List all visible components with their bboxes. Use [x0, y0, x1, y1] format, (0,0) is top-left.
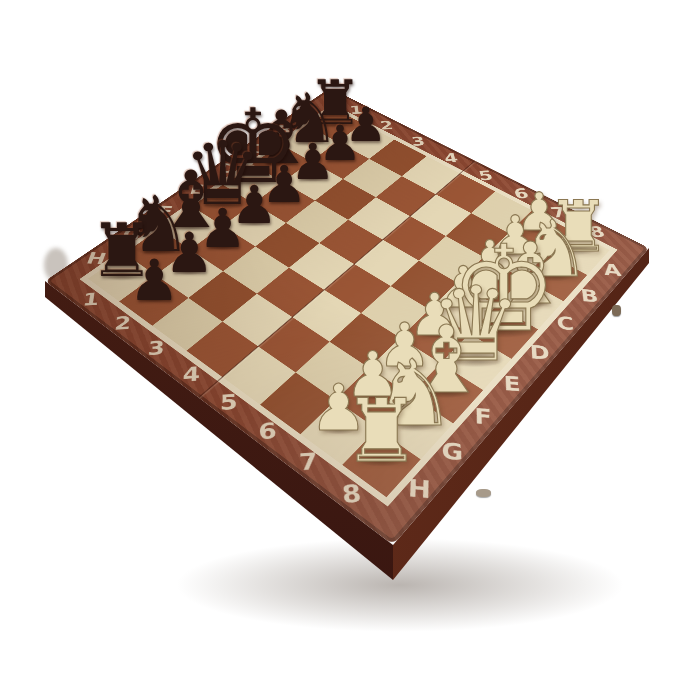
rank-label-4: 4 — [182, 364, 200, 385]
clasp-knob-right-rail — [612, 305, 621, 316]
rank-label-8: 8 — [341, 481, 363, 507]
rank-label-7: 7 — [298, 449, 318, 473]
clasp-plate-side — [476, 489, 491, 497]
rank-label-2: 2 — [113, 314, 131, 333]
rank-label-5: 5 — [477, 169, 495, 183]
photo-stage: 1122334455667788AABBCCDDEEFFGGHH ♜♞♝♚♛♝♞… — [0, 0, 700, 700]
piece-light-rook-h8[interactable]: ♜ — [342, 388, 420, 475]
rank-label-3: 3 — [410, 135, 426, 148]
rank-label-3: 3 — [147, 338, 165, 358]
rank-label-6: 6 — [258, 419, 277, 442]
rank-label-5: 5 — [220, 391, 238, 413]
rank-label-4: 4 — [443, 152, 460, 165]
piece-dark-pawn-h2[interactable]: ♟ — [128, 251, 179, 308]
